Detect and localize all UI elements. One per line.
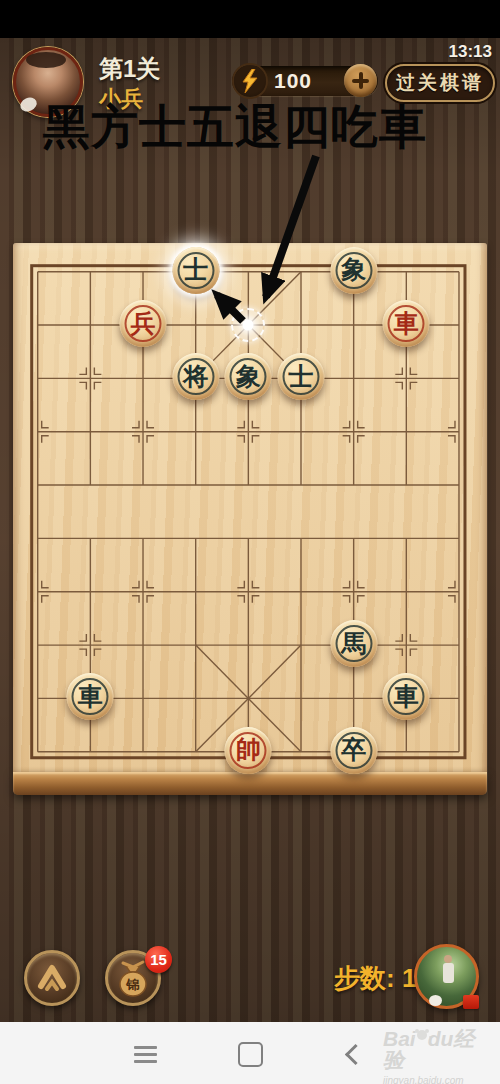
piece-red-f7r1[interactable]: 車 [383, 300, 430, 347]
paw-icon [417, 1030, 427, 1040]
clock: 13:13 [449, 42, 492, 62]
add-energy-button[interactable] [344, 64, 377, 97]
avatar-badge [463, 995, 479, 1009]
collapse-button[interactable] [24, 950, 80, 1006]
piece-black-f6r9[interactable]: 卒 [330, 727, 377, 774]
bag-badge: 15 [145, 946, 172, 973]
piece-character: 車 [394, 684, 419, 709]
piece-black-f5r2[interactable]: 士 [278, 353, 325, 400]
tips-bag-button[interactable]: 锦 15 [105, 950, 161, 1006]
level-label: 第1关 [99, 53, 160, 85]
piece-black-f3r2[interactable]: 将 [172, 353, 219, 400]
xiangqi-board[interactable]: 士象兵車将象士馬車車帥卒 [13, 243, 487, 795]
piece-black-f4r2[interactable]: 象 [225, 353, 272, 400]
piece-character: 象 [236, 364, 261, 389]
piece-character: 将 [183, 364, 208, 389]
svg-text:锦: 锦 [126, 977, 140, 992]
piece-black-f6r7[interactable]: 馬 [330, 620, 377, 667]
move-origin-marker [231, 308, 265, 342]
piece-character: 馬 [341, 631, 366, 656]
piece-black-f3r0[interactable]: 士 [172, 247, 219, 294]
game-screen: 13:13 第1关 小兵 100 过关棋谱 黑方士五退四吃車 士象兵車将象士馬車… [0, 0, 500, 1084]
piece-character: 帥 [236, 737, 261, 762]
avatar-photo-detail [429, 995, 442, 1006]
piece-character: 象 [341, 257, 366, 282]
chevron-up-icon [32, 958, 72, 998]
piece-black-f7r8[interactable]: 車 [383, 673, 430, 720]
board-edge [13, 772, 487, 795]
nav-home-icon[interactable] [238, 1042, 263, 1067]
piece-red-f4r9[interactable]: 帥 [225, 727, 272, 774]
piece-character: 車 [394, 311, 419, 336]
user-avatar[interactable] [414, 944, 479, 1009]
watermark-domain: jingyan.baidu.com [383, 1076, 483, 1084]
piece-black-f1r8[interactable]: 車 [67, 673, 114, 720]
record-button[interactable]: 过关棋谱 [385, 64, 495, 102]
board-surface[interactable]: 士象兵車将象士馬車車帥卒 [13, 243, 487, 772]
piece-character: 士 [289, 364, 314, 389]
piece-character: 車 [78, 684, 103, 709]
piece-red-f2r1[interactable]: 兵 [120, 300, 167, 347]
piece-character: 卒 [341, 737, 366, 762]
piece-character: 兵 [131, 311, 156, 336]
status-bar [0, 0, 500, 38]
watermark: Baidu经验 jingyan.baidu.com [383, 1028, 483, 1084]
piece-character: 士 [183, 257, 208, 282]
steps-label: 步数: 1 [334, 961, 416, 996]
nav-menu-icon[interactable] [134, 1046, 157, 1049]
lightning-icon [234, 65, 266, 97]
move-annotation: 黑方士五退四吃車 [43, 101, 427, 153]
energy-value: 100 [274, 69, 312, 93]
energy-pill: 100 [232, 66, 378, 96]
piece-black-f6r0[interactable]: 象 [330, 247, 377, 294]
